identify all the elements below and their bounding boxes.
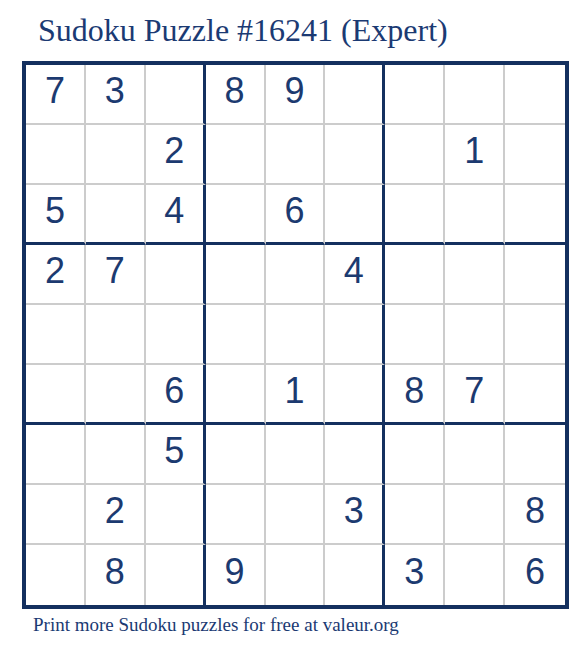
cell-r7c6[interactable] xyxy=(325,425,385,485)
cell-r1c9[interactable] xyxy=(505,65,565,125)
cell-r7c1[interactable] xyxy=(26,425,86,485)
cell-r7c9[interactable] xyxy=(505,425,565,485)
cell-r4c9[interactable] xyxy=(505,245,565,305)
cell-r3c2[interactable] xyxy=(86,185,146,245)
cell-r1c3[interactable] xyxy=(146,65,206,125)
cell-r6c5[interactable]: 1 xyxy=(266,365,326,425)
cell-r4c1[interactable]: 2 xyxy=(26,245,86,305)
cell-r3c5[interactable]: 6 xyxy=(266,185,326,245)
cell-r1c8[interactable] xyxy=(445,65,505,125)
cell-r5c2[interactable] xyxy=(86,305,146,365)
cell-r4c7[interactable] xyxy=(385,245,445,305)
cell-r8c2[interactable]: 2 xyxy=(86,485,146,545)
cell-r3c6[interactable] xyxy=(325,185,385,245)
cell-r6c9[interactable] xyxy=(505,365,565,425)
cell-r1c5[interactable]: 9 xyxy=(266,65,326,125)
cell-r6c4[interactable] xyxy=(206,365,266,425)
cell-r9c9[interactable]: 6 xyxy=(505,545,565,605)
cell-r8c1[interactable] xyxy=(26,485,86,545)
cell-r4c2[interactable]: 7 xyxy=(86,245,146,305)
cell-r2c5[interactable] xyxy=(266,125,326,185)
cell-r3c3[interactable]: 4 xyxy=(146,185,206,245)
cell-r7c4[interactable] xyxy=(206,425,266,485)
cell-r8c6[interactable]: 3 xyxy=(325,485,385,545)
cell-r5c5[interactable] xyxy=(266,305,326,365)
cell-r7c2[interactable] xyxy=(86,425,146,485)
cell-r8c9[interactable]: 8 xyxy=(505,485,565,545)
cell-r5c4[interactable] xyxy=(206,305,266,365)
cell-r5c7[interactable] xyxy=(385,305,445,365)
cell-r7c5[interactable] xyxy=(266,425,326,485)
footer-text: Print more Sudoku puzzles for free at va… xyxy=(33,614,399,636)
cell-r1c7[interactable] xyxy=(385,65,445,125)
cell-r5c3[interactable] xyxy=(146,305,206,365)
cell-r8c3[interactable] xyxy=(146,485,206,545)
cell-r8c5[interactable] xyxy=(266,485,326,545)
cell-r8c4[interactable] xyxy=(206,485,266,545)
cell-r1c1[interactable]: 7 xyxy=(26,65,86,125)
cell-r5c1[interactable] xyxy=(26,305,86,365)
cell-r3c7[interactable] xyxy=(385,185,445,245)
cell-r1c4[interactable]: 8 xyxy=(206,65,266,125)
cell-r9c6[interactable] xyxy=(325,545,385,605)
cell-r2c3[interactable]: 2 xyxy=(146,125,206,185)
cell-r7c7[interactable] xyxy=(385,425,445,485)
cell-r6c2[interactable] xyxy=(86,365,146,425)
cell-r9c1[interactable] xyxy=(26,545,86,605)
cell-r2c8[interactable]: 1 xyxy=(445,125,505,185)
cell-r6c3[interactable]: 6 xyxy=(146,365,206,425)
cell-r4c5[interactable] xyxy=(266,245,326,305)
sudoku-board: 738921546274618752388936 xyxy=(22,61,569,609)
cell-r5c8[interactable] xyxy=(445,305,505,365)
cell-r4c6[interactable]: 4 xyxy=(325,245,385,305)
cell-r5c6[interactable] xyxy=(325,305,385,365)
cell-r3c1[interactable]: 5 xyxy=(26,185,86,245)
cell-r1c2[interactable]: 3 xyxy=(86,65,146,125)
cell-r6c6[interactable] xyxy=(325,365,385,425)
cell-r7c8[interactable] xyxy=(445,425,505,485)
cell-r4c3[interactable] xyxy=(146,245,206,305)
cell-r8c8[interactable] xyxy=(445,485,505,545)
page-title: Sudoku Puzzle #16241 (Expert) xyxy=(38,12,448,49)
cell-r9c3[interactable] xyxy=(146,545,206,605)
cell-r2c4[interactable] xyxy=(206,125,266,185)
cell-r2c2[interactable] xyxy=(86,125,146,185)
cell-r3c9[interactable] xyxy=(505,185,565,245)
cell-r2c9[interactable] xyxy=(505,125,565,185)
cell-r9c2[interactable]: 8 xyxy=(86,545,146,605)
cell-r9c7[interactable]: 3 xyxy=(385,545,445,605)
cell-r1c6[interactable] xyxy=(325,65,385,125)
cell-r6c1[interactable] xyxy=(26,365,86,425)
cell-r3c4[interactable] xyxy=(206,185,266,245)
cell-r8c7[interactable] xyxy=(385,485,445,545)
cell-r4c4[interactable] xyxy=(206,245,266,305)
cell-r6c7[interactable]: 8 xyxy=(385,365,445,425)
cell-r2c7[interactable] xyxy=(385,125,445,185)
cell-r7c3[interactable]: 5 xyxy=(146,425,206,485)
cell-r5c9[interactable] xyxy=(505,305,565,365)
cell-r2c1[interactable] xyxy=(26,125,86,185)
cell-r9c4[interactable]: 9 xyxy=(206,545,266,605)
cell-r9c8[interactable] xyxy=(445,545,505,605)
cell-r6c8[interactable]: 7 xyxy=(445,365,505,425)
cell-r3c8[interactable] xyxy=(445,185,505,245)
cell-r4c8[interactable] xyxy=(445,245,505,305)
cell-r9c5[interactable] xyxy=(266,545,326,605)
cell-r2c6[interactable] xyxy=(325,125,385,185)
